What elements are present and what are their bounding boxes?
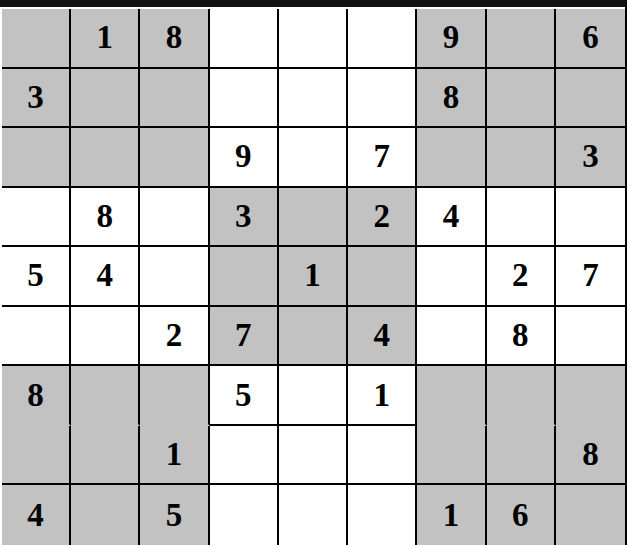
cell-r5c5[interactable]: 1: [279, 247, 348, 307]
given-digit: 7: [582, 259, 599, 292]
cell-r2c7[interactable]: 8: [417, 69, 486, 129]
cell-r1c7[interactable]: 9: [417, 9, 486, 69]
cell-r1c4[interactable]: [210, 9, 279, 69]
cell-r4c8[interactable]: [487, 188, 556, 248]
given-digit: 5: [27, 259, 44, 292]
cell-r9c2[interactable]: [71, 485, 140, 545]
cell-r8c2[interactable]: [71, 426, 140, 486]
cell-r4c2[interactable]: 8: [71, 188, 140, 248]
cell-r2c2[interactable]: [71, 69, 140, 129]
given-digit: 6: [512, 499, 529, 532]
cell-r4c3[interactable]: [140, 188, 209, 248]
cell-r2c8[interactable]: [487, 69, 556, 129]
cell-r1c5[interactable]: [279, 9, 348, 69]
given-digit: 4: [27, 499, 44, 532]
cell-r2c4[interactable]: [210, 69, 279, 129]
cell-r4c5[interactable]: [279, 188, 348, 248]
given-digit: 8: [443, 81, 460, 114]
cell-r2c3[interactable]: [140, 69, 209, 129]
given-digit: 3: [235, 200, 252, 233]
given-digit: 4: [97, 259, 114, 292]
cell-r5c8[interactable]: 2: [487, 247, 556, 307]
cell-r5c2[interactable]: 4: [71, 247, 140, 307]
given-digit: 7: [235, 319, 252, 352]
cell-r8c9[interactable]: 8: [556, 426, 625, 486]
cell-r2c1[interactable]: 3: [2, 69, 71, 129]
cell-r4c6[interactable]: 2: [348, 188, 417, 248]
given-digit: 1: [443, 499, 460, 532]
cell-r5c1[interactable]: 5: [2, 247, 71, 307]
cell-r1c9[interactable]: 6: [556, 9, 625, 69]
cell-r3c4[interactable]: 9: [210, 128, 279, 188]
cell-r6c9[interactable]: [556, 307, 625, 367]
cell-r9c9[interactable]: [556, 485, 625, 545]
cell-r7c5[interactable]: [279, 366, 348, 426]
cell-r5c3[interactable]: [140, 247, 209, 307]
cell-r8c6[interactable]: [348, 426, 417, 486]
sudoku-grid: 1896389738324541272748851184516: [2, 9, 625, 545]
cell-r1c1[interactable]: [2, 9, 71, 69]
cell-r1c3[interactable]: 8: [140, 9, 209, 69]
cell-r8c8[interactable]: [487, 426, 556, 486]
cell-r6c1[interactable]: [2, 307, 71, 367]
cell-r3c9[interactable]: 3: [556, 128, 625, 188]
cell-r7c4[interactable]: 5: [210, 366, 279, 426]
given-digit: 6: [582, 21, 599, 54]
cell-r9c7[interactable]: 1: [417, 485, 486, 545]
given-digit: 8: [97, 200, 114, 233]
sudoku-board-frame: 1896389738324541272748851184516: [0, 0, 627, 545]
cell-r7c8[interactable]: [487, 366, 556, 426]
cell-r9c1[interactable]: 4: [2, 485, 71, 545]
cell-r9c6[interactable]: [348, 485, 417, 545]
given-digit: 1: [97, 21, 114, 54]
cell-r3c3[interactable]: [140, 128, 209, 188]
given-digit: 8: [27, 379, 44, 412]
cell-r5c9[interactable]: 7: [556, 247, 625, 307]
cell-r3c7[interactable]: [417, 128, 486, 188]
cell-r9c3[interactable]: 5: [140, 485, 209, 545]
cell-r8c7[interactable]: [417, 426, 486, 486]
cell-r9c4[interactable]: [210, 485, 279, 545]
cell-r3c5[interactable]: [279, 128, 348, 188]
cell-r8c1[interactable]: [2, 426, 71, 486]
cell-r7c2[interactable]: [71, 366, 140, 426]
cell-r6c4[interactable]: 7: [210, 307, 279, 367]
cell-r7c9[interactable]: [556, 366, 625, 426]
given-digit: 5: [166, 499, 183, 532]
given-digit: 4: [373, 319, 390, 352]
cell-r8c5[interactable]: [279, 426, 348, 486]
cell-r4c1[interactable]: [2, 188, 71, 248]
cell-r4c9[interactable]: [556, 188, 625, 248]
cell-r3c1[interactable]: [2, 128, 71, 188]
cell-r6c6[interactable]: 4: [348, 307, 417, 367]
cell-r8c4[interactable]: [210, 426, 279, 486]
cell-r8c3[interactable]: 1: [140, 426, 209, 486]
cell-r6c7[interactable]: [417, 307, 486, 367]
given-digit: 2: [373, 200, 390, 233]
cell-r6c8[interactable]: 8: [487, 307, 556, 367]
cell-r5c7[interactable]: [417, 247, 486, 307]
cell-r1c2[interactable]: 1: [71, 9, 140, 69]
given-digit: 1: [166, 438, 183, 471]
given-digit: 4: [443, 200, 460, 233]
given-digit: 2: [166, 319, 183, 352]
given-digit: 9: [235, 140, 252, 173]
given-digit: 2: [512, 259, 529, 292]
cell-r6c2[interactable]: [71, 307, 140, 367]
given-digit: 8: [166, 21, 183, 54]
cell-r3c8[interactable]: [487, 128, 556, 188]
cell-r6c3[interactable]: 2: [140, 307, 209, 367]
cell-r3c2[interactable]: [71, 128, 140, 188]
cell-r6c5[interactable]: [279, 307, 348, 367]
cell-r2c5[interactable]: [279, 69, 348, 129]
cell-r7c1[interactable]: 8: [2, 366, 71, 426]
cell-r4c7[interactable]: 4: [417, 188, 486, 248]
given-digit: 3: [582, 140, 599, 173]
cell-r2c6[interactable]: [348, 69, 417, 129]
cell-r2c9[interactable]: [556, 69, 625, 129]
cell-r7c3[interactable]: [140, 366, 209, 426]
cell-r1c6[interactable]: [348, 9, 417, 69]
given-digit: 3: [27, 81, 44, 114]
given-digit: 8: [582, 438, 599, 471]
cell-r5c4[interactable]: [210, 247, 279, 307]
cell-r1c8[interactable]: [487, 9, 556, 69]
given-digit: 5: [235, 379, 252, 412]
cell-r7c7[interactable]: [417, 366, 486, 426]
given-digit: 9: [443, 21, 460, 54]
given-digit: 7: [373, 140, 390, 173]
cell-r7c6[interactable]: 1: [348, 366, 417, 426]
cell-r9c8[interactable]: 6: [487, 485, 556, 545]
cell-r4c4[interactable]: 3: [210, 188, 279, 248]
given-digit: 1: [373, 379, 390, 412]
cell-r3c6[interactable]: 7: [348, 128, 417, 188]
cell-r9c5[interactable]: [279, 485, 348, 545]
given-digit: 1: [304, 259, 321, 292]
cell-r5c6[interactable]: [348, 247, 417, 307]
given-digit: 8: [512, 319, 529, 352]
